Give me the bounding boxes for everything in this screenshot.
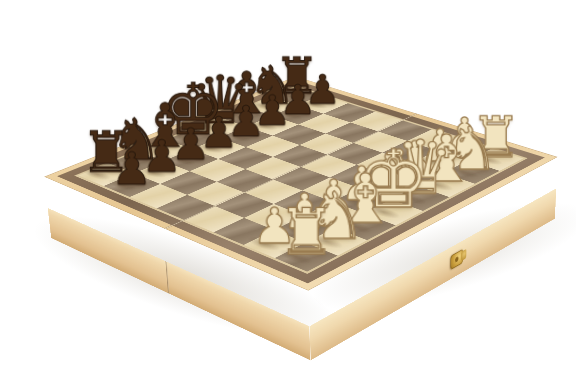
white-rook-glyph: ♜	[238, 200, 375, 264]
chess-set-photo: ♜♞♝♛♚♝♞♜♟♟♟♟♟♟♟♟♟♟♟♟♟♟♟♟♜♞♝♛♚♝♞♜	[0, 0, 576, 384]
brass-latch	[450, 249, 463, 270]
chess-board-box: ♜♞♝♛♚♝♞♜♟♟♟♟♟♟♟♟♟♟♟♟♟♟♟♟♜♞♝♛♚♝♞♜	[48, 104, 557, 326]
latch-hook-icon	[461, 249, 466, 261]
black-pawn-glyph: ♟	[70, 146, 193, 191]
latch-pin-icon	[455, 256, 458, 263]
scene: ♜♞♝♛♚♝♞♜♟♟♟♟♟♟♟♟♟♟♟♟♟♟♟♟♜♞♝♛♚♝♞♜	[0, 0, 576, 384]
hinge-seam-side	[165, 261, 169, 294]
